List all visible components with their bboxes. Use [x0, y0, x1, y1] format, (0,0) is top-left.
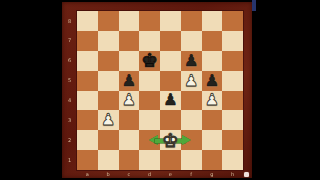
piece-white-pawn-f5[interactable]: ♟	[184, 73, 198, 89]
square-e5[interactable]	[160, 71, 181, 91]
piece-white-king-e2[interactable]: ♚	[162, 131, 179, 150]
square-f1[interactable]	[181, 150, 202, 170]
square-f3[interactable]	[181, 110, 202, 130]
file-label-d: d	[145, 172, 155, 177]
frame-corner-dot	[244, 172, 249, 177]
square-d6[interactable]: ♚	[139, 51, 160, 71]
rank-label-2: 2	[62, 138, 77, 143]
square-h6[interactable]	[222, 51, 243, 71]
rank-label-1: 1	[62, 158, 77, 163]
square-e2[interactable]: ♚	[160, 130, 181, 150]
square-h5[interactable]	[222, 71, 243, 91]
square-a7[interactable]	[77, 31, 98, 51]
square-g7[interactable]	[202, 31, 223, 51]
square-g5[interactable]: ♟	[202, 71, 223, 91]
file-label-e: e	[165, 172, 175, 177]
piece-white-pawn-c4[interactable]: ♟	[122, 92, 136, 108]
rank-label-8: 8	[62, 19, 77, 24]
square-e7[interactable]	[160, 31, 181, 51]
square-c1[interactable]	[119, 150, 140, 170]
rank-label-4: 4	[62, 98, 77, 103]
square-g8[interactable]	[202, 11, 223, 31]
square-g3[interactable]	[202, 110, 223, 130]
file-label-g: g	[207, 172, 217, 177]
piece-black-pawn-c5[interactable]: ♟	[122, 73, 136, 89]
square-d7[interactable]	[139, 31, 160, 51]
file-label-b: b	[103, 172, 113, 177]
piece-white-pawn-b3[interactable]: ♟	[101, 112, 115, 128]
square-f4[interactable]	[181, 91, 202, 111]
square-c2[interactable]	[119, 130, 140, 150]
square-h4[interactable]	[222, 91, 243, 111]
square-e3[interactable]	[160, 110, 181, 130]
square-h8[interactable]	[222, 11, 243, 31]
square-a4[interactable]	[77, 91, 98, 111]
rank-label-3: 3	[62, 118, 77, 123]
rank-labels: 87654321	[62, 11, 77, 170]
square-f5[interactable]: ♟	[181, 71, 202, 91]
square-c7[interactable]	[119, 31, 140, 51]
square-h7[interactable]	[222, 31, 243, 51]
square-c4[interactable]: ♟	[119, 91, 140, 111]
square-b6[interactable]	[98, 51, 119, 71]
rank-label-5: 5	[62, 78, 77, 83]
square-h3[interactable]	[222, 110, 243, 130]
square-b5[interactable]	[98, 71, 119, 91]
letterbox-right	[256, 0, 320, 180]
square-c8[interactable]	[119, 11, 140, 31]
square-d8[interactable]	[139, 11, 160, 31]
square-b8[interactable]	[98, 11, 119, 31]
square-a3[interactable]	[77, 110, 98, 130]
piece-black-king-d6[interactable]: ♚	[141, 51, 158, 70]
square-e8[interactable]	[160, 11, 181, 31]
rank-label-7: 7	[62, 38, 77, 43]
square-f8[interactable]	[181, 11, 202, 31]
piece-black-pawn-e4[interactable]: ♟	[163, 92, 177, 108]
square-b4[interactable]	[98, 91, 119, 111]
square-g6[interactable]	[202, 51, 223, 71]
square-d1[interactable]	[139, 150, 160, 170]
square-a2[interactable]	[77, 130, 98, 150]
square-b3[interactable]: ♟	[98, 110, 119, 130]
square-c5[interactable]: ♟	[119, 71, 140, 91]
screen-edge-artifact	[252, 0, 256, 11]
square-e6[interactable]	[160, 51, 181, 71]
square-e4[interactable]: ♟	[160, 91, 181, 111]
square-b2[interactable]	[98, 130, 119, 150]
square-h1[interactable]	[222, 150, 243, 170]
square-g1[interactable]	[202, 150, 223, 170]
square-c6[interactable]	[119, 51, 140, 71]
square-e1[interactable]	[160, 150, 181, 170]
file-label-a: a	[82, 172, 92, 177]
square-h2[interactable]	[222, 130, 243, 150]
square-d3[interactable]	[139, 110, 160, 130]
square-a5[interactable]	[77, 71, 98, 91]
file-labels: abcdefgh	[77, 171, 243, 179]
piece-white-pawn-g4[interactable]: ♟	[205, 92, 219, 108]
square-b1[interactable]	[98, 150, 119, 170]
square-f7[interactable]	[181, 31, 202, 51]
square-a8[interactable]	[77, 11, 98, 31]
square-d4[interactable]	[139, 91, 160, 111]
file-label-f: f	[186, 172, 196, 177]
letterbox-left	[0, 0, 62, 180]
square-g2[interactable]	[202, 130, 223, 150]
piece-black-pawn-g5[interactable]: ♟	[205, 73, 219, 89]
square-f6[interactable]: ♟	[181, 51, 202, 71]
chess-board: ♚♟♟♟♟♟♟♟♟♚	[77, 11, 243, 170]
square-a1[interactable]	[77, 150, 98, 170]
square-c3[interactable]	[119, 110, 140, 130]
video-frame: ♚♟♟♟♟♟♟♟♟♚ 87654321 abcdefgh	[0, 0, 320, 180]
piece-black-pawn-f6[interactable]: ♟	[184, 53, 198, 69]
square-g4[interactable]: ♟	[202, 91, 223, 111]
file-label-c: c	[124, 172, 134, 177]
rank-label-6: 6	[62, 58, 77, 63]
square-a6[interactable]	[77, 51, 98, 71]
square-d5[interactable]	[139, 71, 160, 91]
file-label-h: h	[228, 172, 238, 177]
arrow-right-icon	[182, 135, 191, 145]
square-b7[interactable]	[98, 31, 119, 51]
